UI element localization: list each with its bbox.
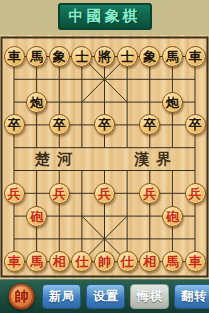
piece-black-p-f8r3[interactable]: 卒 [185,114,206,135]
piece-black-p-f0r3[interactable]: 卒 [4,114,25,135]
btn-undo[interactable]: 悔棋 [130,284,169,309]
piece-red-p-f0r6[interactable]: 兵 [4,183,25,204]
piece-red-n-f7r9[interactable]: 馬 [162,251,183,272]
piece-black-b-f2r0[interactable]: 象 [49,46,70,67]
piece-black-r-f0r0[interactable]: 車 [4,46,25,67]
piece-black-p-f2r3[interactable]: 卒 [49,114,70,135]
button-row: 新局设置悔棋翻转 [42,284,209,309]
toolbar: 帥 新局设置悔棋翻转 [0,279,209,313]
river-label-left: 楚河 [35,150,79,168]
turn-indicator-red-general: 帥 [8,283,35,310]
piece-black-n-f1r0[interactable]: 馬 [26,46,47,67]
title-bar: 中國象棋 [0,0,209,32]
piece-red-p-f8r6[interactable]: 兵 [185,183,206,204]
piece-black-r-f8r0[interactable]: 車 [185,46,206,67]
piece-red-c-f1r7[interactable]: 砲 [26,206,47,227]
app-title: 中國象棋 [58,3,152,30]
piece-red-p-f6r6[interactable]: 兵 [139,183,160,204]
piece-red-r-f8r9[interactable]: 車 [185,251,206,272]
piece-red-b-f2r9[interactable]: 相 [49,251,70,272]
piece-black-a-f5r0[interactable]: 士 [117,46,138,67]
app-window: 中國象棋 楚河 漢界 車馬象士將士象馬車炮炮卒卒卒卒卒兵兵兵兵兵砲砲車馬相仕帥仕… [0,0,209,313]
piece-red-p-f4r6[interactable]: 兵 [94,183,115,204]
btn-new-game[interactable]: 新局 [42,284,81,309]
btn-flip[interactable]: 翻转 [174,284,209,309]
piece-black-c-f7r2[interactable]: 炮 [162,92,183,113]
piece-black-k-f4r0[interactable]: 將 [94,46,115,67]
piece-black-c-f1r2[interactable]: 炮 [26,92,47,113]
btn-settings[interactable]: 设置 [86,284,125,309]
piece-black-n-f7r0[interactable]: 馬 [162,46,183,67]
piece-red-c-f7r7[interactable]: 砲 [162,206,183,227]
piece-red-p-f2r6[interactable]: 兵 [49,183,70,204]
piece-red-a-f5r9[interactable]: 仕 [117,251,138,272]
piece-red-r-f0r9[interactable]: 車 [4,251,25,272]
xiangqi-board[interactable]: 楚河 漢界 車馬象士將士象馬車炮炮卒卒卒卒卒兵兵兵兵兵砲砲車馬相仕帥仕相馬車 [0,35,209,279]
river-label-right: 漢界 [134,150,178,168]
